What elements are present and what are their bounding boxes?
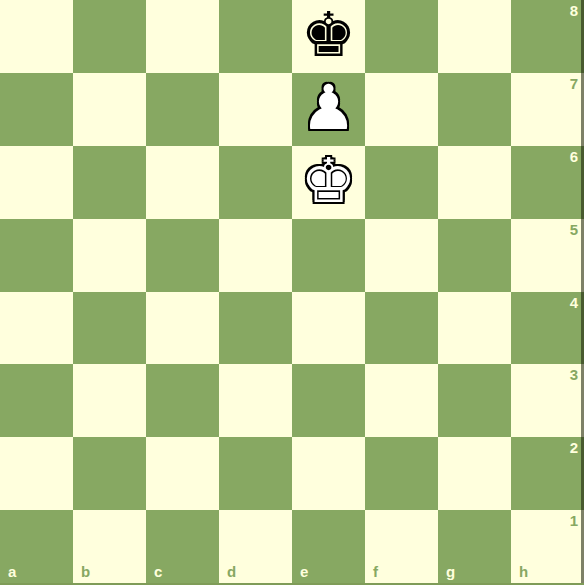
square-g4[interactable] [438, 292, 511, 365]
rank-label-2: 2 [570, 440, 578, 455]
square-f2[interactable] [365, 437, 438, 510]
square-g8[interactable] [438, 0, 511, 73]
file-label-h: h [519, 564, 528, 579]
square-g3[interactable] [438, 364, 511, 437]
square-c4[interactable] [146, 292, 219, 365]
square-f1[interactable]: f [365, 510, 438, 583]
square-b6[interactable] [73, 146, 146, 219]
square-b4[interactable] [73, 292, 146, 365]
square-a1[interactable]: a [0, 510, 73, 583]
piece-white-pawn[interactable]: ♟ [301, 77, 357, 139]
square-e6[interactable]: ♚ [292, 146, 365, 219]
square-e7[interactable]: ♟ [292, 73, 365, 146]
file-label-a: a [8, 564, 16, 579]
rank-label-4: 4 [570, 295, 578, 310]
square-b3[interactable] [73, 364, 146, 437]
file-label-c: c [154, 564, 162, 579]
square-d4[interactable] [219, 292, 292, 365]
square-f6[interactable] [365, 146, 438, 219]
square-a8[interactable] [0, 0, 73, 73]
square-c2[interactable] [146, 437, 219, 510]
square-f4[interactable] [365, 292, 438, 365]
square-b5[interactable] [73, 219, 146, 292]
square-a2[interactable] [0, 437, 73, 510]
rank-label-7: 7 [570, 76, 578, 91]
square-a3[interactable] [0, 364, 73, 437]
piece-black-king[interactable]: ♚ [301, 4, 357, 66]
square-c8[interactable] [146, 0, 219, 73]
square-a5[interactable] [0, 219, 73, 292]
square-a7[interactable] [0, 73, 73, 146]
rank-label-3: 3 [570, 367, 578, 382]
chess-board: ♚8♟7♚65432abcdefg1h [0, 0, 584, 583]
square-g2[interactable] [438, 437, 511, 510]
square-f3[interactable] [365, 364, 438, 437]
square-c5[interactable] [146, 219, 219, 292]
square-e5[interactable] [292, 219, 365, 292]
square-e4[interactable] [292, 292, 365, 365]
square-c6[interactable] [146, 146, 219, 219]
piece-white-king[interactable]: ♚ [301, 150, 357, 212]
square-d1[interactable]: d [219, 510, 292, 583]
rank-label-6: 6 [570, 149, 578, 164]
square-b7[interactable] [73, 73, 146, 146]
square-h7[interactable]: 7 [511, 73, 584, 146]
square-e3[interactable] [292, 364, 365, 437]
file-label-b: b [81, 564, 90, 579]
square-b1[interactable]: b [73, 510, 146, 583]
square-h5[interactable]: 5 [511, 219, 584, 292]
square-d6[interactable] [219, 146, 292, 219]
square-d7[interactable] [219, 73, 292, 146]
square-f5[interactable] [365, 219, 438, 292]
square-a6[interactable] [0, 146, 73, 219]
square-f8[interactable] [365, 0, 438, 73]
square-e1[interactable]: e [292, 510, 365, 583]
square-c3[interactable] [146, 364, 219, 437]
square-h1[interactable]: 1h [511, 510, 584, 583]
square-g7[interactable] [438, 73, 511, 146]
square-d3[interactable] [219, 364, 292, 437]
square-g6[interactable] [438, 146, 511, 219]
square-a4[interactable] [0, 292, 73, 365]
square-b2[interactable] [73, 437, 146, 510]
square-h8[interactable]: 8 [511, 0, 584, 73]
square-h6[interactable]: 6 [511, 146, 584, 219]
square-h4[interactable]: 4 [511, 292, 584, 365]
square-c1[interactable]: c [146, 510, 219, 583]
file-label-d: d [227, 564, 236, 579]
square-f7[interactable] [365, 73, 438, 146]
square-e8[interactable]: ♚ [292, 0, 365, 73]
square-g5[interactable] [438, 219, 511, 292]
rank-label-8: 8 [570, 3, 578, 18]
square-e2[interactable] [292, 437, 365, 510]
square-h2[interactable]: 2 [511, 437, 584, 510]
file-label-f: f [373, 564, 378, 579]
square-g1[interactable]: g [438, 510, 511, 583]
square-b8[interactable] [73, 0, 146, 73]
file-label-e: e [300, 564, 308, 579]
rank-label-1: 1 [570, 513, 578, 528]
file-label-g: g [446, 564, 455, 579]
square-d8[interactable] [219, 0, 292, 73]
square-d2[interactable] [219, 437, 292, 510]
square-c7[interactable] [146, 73, 219, 146]
rank-label-5: 5 [570, 222, 578, 237]
square-d5[interactable] [219, 219, 292, 292]
square-h3[interactable]: 3 [511, 364, 584, 437]
